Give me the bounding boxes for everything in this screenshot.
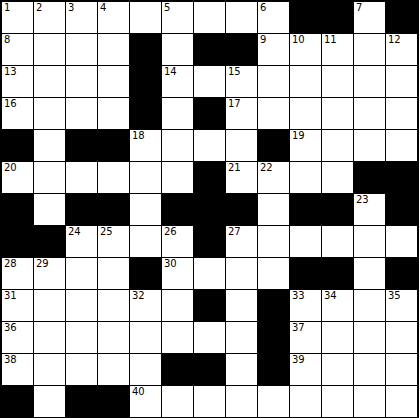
white-cell-r7c10[interactable] [322,226,353,257]
black-cell-r0c9 [290,2,321,33]
white-cell-r5c8[interactable]: 22 [258,162,289,193]
white-cell-r1c2[interactable] [66,34,97,65]
white-cell-r11c10[interactable] [322,354,353,385]
white-cell-r5c10[interactable] [322,162,353,193]
white-cell-r10c12[interactable] [386,322,417,353]
white-cell-r10c3[interactable] [98,322,129,353]
black-cell-r8c4 [130,258,161,289]
black-cell-r12c0 [2,386,33,417]
white-cell-r9c3[interactable] [98,290,129,321]
white-cell-r5c1[interactable] [34,162,65,193]
clue-number-38: 38 [4,354,17,366]
clue-number-20: 20 [4,162,17,174]
black-cell-r6c2 [66,194,97,225]
white-cell-r0c8[interactable]: 6 [258,2,289,33]
black-cell-r6c9 [290,194,321,225]
black-cell-r7c1 [34,226,65,257]
clue-number-33: 33 [292,290,305,302]
clue-number-21: 21 [228,162,241,174]
white-cell-r0c3[interactable]: 4 [98,2,129,33]
white-cell-r1c1[interactable] [34,34,65,65]
white-cell-r12c10[interactable] [322,386,353,417]
clue-number-31: 31 [4,290,17,302]
black-cell-r1c6 [194,34,225,65]
white-cell-r2c0[interactable]: 13 [2,66,33,97]
clue-number-39: 39 [292,354,305,366]
white-cell-r1c9[interactable]: 10 [290,34,321,65]
clue-number-8: 8 [4,34,10,46]
white-cell-r12c7[interactable] [226,386,257,417]
white-cell-r9c12[interactable]: 35 [386,290,417,321]
white-cell-r2c8[interactable] [258,66,289,97]
white-cell-r8c0[interactable]: 28 [2,258,33,289]
clue-number-3: 3 [68,2,74,14]
black-cell-r5c11 [354,162,385,193]
white-cell-r9c9[interactable]: 33 [290,290,321,321]
white-cell-r1c8[interactable]: 9 [258,34,289,65]
white-cell-r12c5[interactable] [162,386,193,417]
clue-number-12: 12 [388,34,401,46]
crossword-page: 1234567891011121314151617181920212223242… [0,0,419,418]
white-cell-r10c6[interactable] [194,322,225,353]
white-cell-r9c2[interactable] [66,290,97,321]
clue-number-23: 23 [356,194,369,206]
white-cell-r10c1[interactable] [34,322,65,353]
clue-number-40: 40 [132,386,145,398]
clue-number-26: 26 [164,226,177,238]
black-cell-r11c5 [162,354,193,385]
clue-number-34: 34 [324,290,337,302]
white-cell-r4c6[interactable] [194,130,225,161]
white-cell-r11c2[interactable] [66,354,97,385]
black-cell-r8c10 [322,258,353,289]
clue-number-15: 15 [228,66,241,78]
white-cell-r9c7[interactable] [226,290,257,321]
white-cell-r0c2[interactable]: 3 [66,2,97,33]
white-cell-r2c5[interactable]: 14 [162,66,193,97]
clue-number-18: 18 [132,130,145,142]
white-cell-r12c4[interactable]: 40 [130,386,161,417]
black-cell-r7c6 [194,226,225,257]
white-cell-r11c11[interactable] [354,354,385,385]
white-cell-r3c1[interactable] [34,98,65,129]
white-cell-r2c10[interactable] [322,66,353,97]
white-cell-r1c12[interactable]: 12 [386,34,417,65]
white-cell-r4c12[interactable] [386,130,417,161]
clue-number-9: 9 [260,34,266,46]
white-cell-r4c7[interactable] [226,130,257,161]
black-cell-r4c8 [258,130,289,161]
white-cell-r0c4[interactable] [130,2,161,33]
white-cell-r7c5[interactable]: 26 [162,226,193,257]
white-cell-r8c6[interactable] [194,258,225,289]
white-cell-r1c10[interactable]: 11 [322,34,353,65]
white-cell-r12c9[interactable] [290,386,321,417]
clue-number-27: 27 [228,226,241,238]
white-cell-r10c0[interactable]: 36 [2,322,33,353]
white-cell-r11c1[interactable] [34,354,65,385]
clue-number-28: 28 [4,258,17,270]
black-cell-r12c3 [98,386,129,417]
white-cell-r7c3[interactable]: 25 [98,226,129,257]
white-cell-r4c9[interactable]: 19 [290,130,321,161]
white-cell-r2c3[interactable] [98,66,129,97]
white-cell-r9c5[interactable] [162,290,193,321]
white-cell-r2c7[interactable]: 15 [226,66,257,97]
white-cell-r8c11[interactable] [354,258,385,289]
white-cell-r8c2[interactable] [66,258,97,289]
white-cell-r7c7[interactable]: 27 [226,226,257,257]
black-cell-r11c6 [194,354,225,385]
white-cell-r7c4[interactable] [130,226,161,257]
clue-number-22: 22 [260,162,273,174]
clue-number-30: 30 [164,258,177,270]
black-cell-r4c0 [2,130,33,161]
white-cell-r4c4[interactable]: 18 [130,130,161,161]
white-cell-r7c2[interactable]: 24 [66,226,97,257]
black-cell-r3c4 [130,98,161,129]
white-cell-r9c10[interactable]: 34 [322,290,353,321]
white-cell-r2c11[interactable] [354,66,385,97]
clue-number-36: 36 [4,322,17,334]
white-cell-r1c3[interactable] [98,34,129,65]
black-cell-r6c7 [226,194,257,225]
white-cell-r1c5[interactable] [162,34,193,65]
clue-number-4: 4 [100,2,106,14]
clue-number-13: 13 [4,66,17,78]
white-cell-r8c7[interactable] [226,258,257,289]
white-cell-r3c8[interactable] [258,98,289,129]
white-cell-r3c2[interactable] [66,98,97,129]
white-cell-r0c11[interactable]: 7 [354,2,385,33]
clue-number-32: 32 [132,290,145,302]
black-cell-r6c12 [386,194,417,225]
white-cell-r7c11[interactable] [354,226,385,257]
black-cell-r10c8 [258,322,289,353]
white-cell-r10c9[interactable]: 37 [290,322,321,353]
white-cell-r0c1[interactable]: 2 [34,2,65,33]
white-cell-r11c3[interactable] [98,354,129,385]
white-cell-r4c10[interactable] [322,130,353,161]
black-cell-r1c4 [130,34,161,65]
white-cell-r7c9[interactable] [290,226,321,257]
white-cell-r12c8[interactable] [258,386,289,417]
white-cell-r2c6[interactable] [194,66,225,97]
white-cell-r3c10[interactable] [322,98,353,129]
clue-number-14: 14 [164,66,177,78]
clue-number-24: 24 [68,226,81,238]
white-cell-r6c4[interactable] [130,194,161,225]
white-cell-r5c5[interactable] [162,162,193,193]
white-cell-r3c5[interactable] [162,98,193,129]
clue-number-11: 11 [324,34,337,46]
white-cell-r2c12[interactable] [386,66,417,97]
white-cell-r8c8[interactable] [258,258,289,289]
white-cell-r2c9[interactable] [290,66,321,97]
black-cell-r6c0 [2,194,33,225]
white-cell-r12c12[interactable] [386,386,417,417]
clue-number-37: 37 [292,322,305,334]
white-cell-r9c11[interactable] [354,290,385,321]
white-cell-r9c1[interactable] [34,290,65,321]
black-cell-r1c7 [226,34,257,65]
white-cell-r0c6[interactable] [194,2,225,33]
white-cell-r12c6[interactable] [194,386,225,417]
black-cell-r6c10 [322,194,353,225]
black-cell-r6c3 [98,194,129,225]
white-cell-r10c5[interactable] [162,322,193,353]
white-cell-r12c1[interactable] [34,386,65,417]
black-cell-r3c6 [194,98,225,129]
white-cell-r3c3[interactable] [98,98,129,129]
white-cell-r3c0[interactable]: 16 [2,98,33,129]
black-cell-r8c12 [386,258,417,289]
white-cell-r5c4[interactable] [130,162,161,193]
white-cell-r2c1[interactable] [34,66,65,97]
white-cell-r3c12[interactable] [386,98,417,129]
white-cell-r11c4[interactable] [130,354,161,385]
black-cell-r6c6 [194,194,225,225]
white-cell-r0c5[interactable]: 5 [162,2,193,33]
white-cell-r4c5[interactable] [162,130,193,161]
white-cell-r5c2[interactable] [66,162,97,193]
clue-number-25: 25 [100,226,113,238]
black-cell-r5c12 [386,162,417,193]
black-cell-r7c0 [2,226,33,257]
white-cell-r6c11[interactable]: 23 [354,194,385,225]
black-cell-r4c2 [66,130,97,161]
white-cell-r1c0[interactable]: 8 [2,34,33,65]
black-cell-r12c2 [66,386,97,417]
white-cell-r7c8[interactable] [258,226,289,257]
white-cell-r7c12[interactable] [386,226,417,257]
white-cell-r10c10[interactable] [322,322,353,353]
black-cell-r8c9 [290,258,321,289]
white-cell-r5c3[interactable] [98,162,129,193]
white-cell-r8c5[interactable]: 30 [162,258,193,289]
white-cell-r4c11[interactable] [354,130,385,161]
white-cell-r6c1[interactable] [34,194,65,225]
crossword-grid: 1234567891011121314151617181920212223242… [0,0,419,418]
black-cell-r5c6 [194,162,225,193]
white-cell-r8c1[interactable]: 29 [34,258,65,289]
white-cell-r5c7[interactable]: 21 [226,162,257,193]
clue-number-6: 6 [260,2,266,14]
white-cell-r0c0[interactable]: 1 [2,2,33,33]
white-cell-r11c7[interactable] [226,354,257,385]
clue-number-2: 2 [36,2,42,14]
white-cell-r3c9[interactable] [290,98,321,129]
white-cell-r11c9[interactable]: 39 [290,354,321,385]
white-cell-r10c7[interactable] [226,322,257,353]
clue-number-35: 35 [388,290,401,302]
white-cell-r2c2[interactable] [66,66,97,97]
black-cell-r9c6 [194,290,225,321]
black-cell-r6c5 [162,194,193,225]
white-cell-r12c11[interactable] [354,386,385,417]
white-cell-r10c11[interactable] [354,322,385,353]
white-cell-r3c7[interactable]: 17 [226,98,257,129]
white-cell-r11c0[interactable]: 38 [2,354,33,385]
white-cell-r11c12[interactable] [386,354,417,385]
white-cell-r5c9[interactable] [290,162,321,193]
clue-number-10: 10 [292,34,305,46]
white-cell-r10c4[interactable] [130,322,161,353]
clue-number-7: 7 [356,2,362,14]
clue-number-1: 1 [4,2,10,14]
black-cell-r4c3 [98,130,129,161]
white-cell-r0c7[interactable] [226,2,257,33]
white-cell-r1c11[interactable] [354,34,385,65]
clue-number-17: 17 [228,98,241,110]
white-cell-r9c4[interactable]: 32 [130,290,161,321]
clue-number-5: 5 [164,2,170,14]
clue-number-29: 29 [36,258,49,270]
white-cell-r5c0[interactable]: 20 [2,162,33,193]
white-cell-r3c11[interactable] [354,98,385,129]
black-cell-r0c12 [386,2,417,33]
black-cell-r9c8 [258,290,289,321]
black-cell-r11c8 [258,354,289,385]
white-cell-r10c2[interactable] [66,322,97,353]
white-cell-r6c8[interactable] [258,194,289,225]
black-cell-r0c10 [322,2,353,33]
white-cell-r4c1[interactable] [34,130,65,161]
white-cell-r9c0[interactable]: 31 [2,290,33,321]
black-cell-r2c4 [130,66,161,97]
clue-number-16: 16 [4,98,17,110]
clue-number-19: 19 [292,130,305,142]
white-cell-r8c3[interactable] [98,258,129,289]
